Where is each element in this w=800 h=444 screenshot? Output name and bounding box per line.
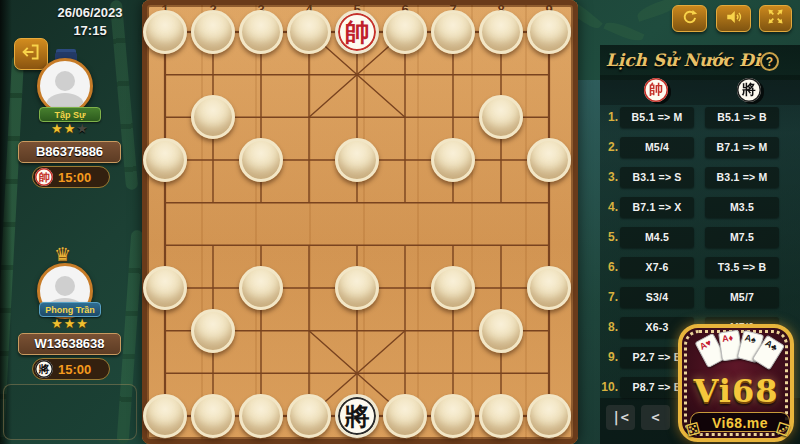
session-datetime: 26/06/2023 17:15	[44, 4, 136, 40]
red-move-cell: X7-6	[620, 257, 694, 278]
avatar-silhouette	[55, 276, 75, 296]
black-clock-time: 15:00	[58, 362, 91, 377]
refresh-button[interactable]	[672, 5, 707, 32]
board-grid-lines	[142, 0, 578, 444]
speaker-icon	[725, 8, 743, 30]
piece-facedown[interactable]	[479, 394, 523, 438]
session-date: 26/06/2023	[44, 4, 136, 22]
piece-facedown[interactable]	[431, 10, 475, 54]
chat-box	[3, 384, 137, 440]
piece-facedown[interactable]	[239, 138, 283, 182]
red-player-avatar	[37, 58, 93, 114]
piece-facedown[interactable]	[287, 394, 331, 438]
black-move-cell: B7.1 => M	[705, 137, 779, 158]
piece-facedown[interactable]	[143, 266, 187, 310]
piece-facedown[interactable]	[383, 10, 427, 54]
red-general[interactable]: 帥	[335, 10, 379, 54]
piece-facedown[interactable]	[479, 95, 523, 139]
piece-facedown[interactable]	[239, 266, 283, 310]
piece-facedown[interactable]	[383, 394, 427, 438]
star-icon: ★	[76, 121, 89, 136]
red-move-cell: B7.1 => X	[620, 197, 694, 218]
help-button[interactable]: ?	[760, 52, 779, 71]
history-row: 6.X7-6T3.5 => B	[600, 257, 800, 279]
exit-door-icon	[21, 43, 41, 65]
star-icon: ★	[76, 316, 89, 331]
vi68-logo[interactable]: A♥ A♦ A♠ A♣ Vi68 Vi68.me ⚄ ⚂	[678, 324, 794, 442]
red-clock-time: 15:00	[58, 170, 91, 185]
move-number: 6.	[601, 260, 618, 274]
move-number: 2.	[601, 140, 618, 154]
red-player-clock: 帥 15:00	[32, 166, 110, 188]
exit-button[interactable]	[14, 38, 48, 70]
red-move-cell: B5.1 => M	[620, 107, 694, 128]
move-number: 3.	[601, 170, 618, 184]
red-move-cell: M5/4	[620, 137, 694, 158]
piece-facedown[interactable]	[527, 138, 571, 182]
red-move-cell: B3.1 => S	[620, 167, 694, 188]
history-row: 3.B3.1 => SB3.1 => M	[600, 167, 800, 189]
history-row: 7.S3/4M5/7	[600, 287, 800, 309]
session-time: 17:15	[44, 22, 136, 40]
fullscreen-icon	[767, 8, 784, 29]
red-move-cell: S3/4	[620, 287, 694, 308]
red-general-icon: 帥	[35, 168, 53, 186]
move-number: 8.	[601, 320, 618, 334]
replay-first-button[interactable]: |<	[606, 405, 635, 430]
red-player-name: B86375886	[18, 141, 121, 163]
piece-facedown[interactable]	[143, 10, 187, 54]
star-icon: ★	[51, 121, 64, 136]
piece-facedown[interactable]	[239, 10, 283, 54]
move-number: 4.	[601, 200, 618, 214]
black-player-clock: 將 15:00	[32, 358, 110, 380]
piece-facedown[interactable]	[527, 394, 571, 438]
piece-facedown[interactable]	[191, 394, 235, 438]
black-move-cell: B3.1 => M	[705, 167, 779, 188]
left-shadow-edge	[0, 0, 12, 444]
history-header-strip	[600, 75, 800, 105]
piece-facedown[interactable]	[335, 138, 379, 182]
piece-facedown[interactable]	[527, 266, 571, 310]
black-move-cell: M7.5	[705, 227, 779, 248]
piece-facedown[interactable]	[143, 394, 187, 438]
avatar-silhouette	[55, 71, 75, 91]
red-player-stars: ★★★	[35, 122, 105, 135]
piece-facedown[interactable]	[431, 138, 475, 182]
history-row: 2.M5/4B7.1 => M	[600, 137, 800, 159]
history-row: 4.B7.1 => XM3.5	[600, 197, 800, 219]
black-general-icon: 將	[35, 360, 53, 378]
piece-facedown[interactable]	[431, 266, 475, 310]
history-row: 5.M4.5M7.5	[600, 227, 800, 249]
refresh-icon	[681, 8, 699, 30]
piece-facedown[interactable]	[191, 10, 235, 54]
piece-facedown[interactable]	[335, 266, 379, 310]
piece-facedown[interactable]	[287, 10, 331, 54]
black-player-name: W13638638	[18, 333, 121, 355]
history-title: Lịch Sử Nước Đi	[604, 50, 762, 70]
fullscreen-button[interactable]	[759, 5, 792, 32]
piece-facedown[interactable]	[143, 138, 187, 182]
star-icon: ★	[64, 121, 77, 136]
piece-facedown[interactable]	[191, 95, 235, 139]
move-number: 9.	[601, 350, 618, 364]
game-screen: 26/06/2023 17:15 Tập Sự ★★★ B86375886 帥 …	[0, 0, 800, 444]
black-player-stars: ★★★	[35, 317, 105, 330]
sound-button[interactable]	[716, 5, 751, 32]
black-move-cell: B5.1 => B	[705, 107, 779, 128]
piece-facedown[interactable]	[239, 394, 283, 438]
history-row: 1.B5.1 => MB5.1 => B	[600, 107, 800, 129]
piece-facedown[interactable]	[479, 309, 523, 353]
move-number: 7.	[601, 290, 618, 304]
piece-facedown[interactable]	[527, 10, 571, 54]
black-move-cell: M5/7	[705, 287, 779, 308]
red-move-cell: M4.5	[620, 227, 694, 248]
star-icon: ★	[64, 316, 77, 331]
move-number: 10.	[601, 380, 618, 394]
xiangqi-board[interactable]: 123456789 987654321 帥將	[142, 0, 578, 444]
history-black-column-icon: 將	[737, 78, 761, 102]
move-number: 5.	[601, 230, 618, 244]
piece-facedown[interactable]	[431, 394, 475, 438]
logo-text: Vi68	[682, 372, 790, 410]
black-general[interactable]: 將	[335, 394, 379, 438]
star-icon: ★	[51, 316, 64, 331]
black-player-rank-badge: Phong Trần	[39, 302, 101, 317]
black-move-cell: M3.5	[705, 197, 779, 218]
history-red-column-icon: 帥	[644, 78, 668, 102]
red-player-rank-badge: Tập Sự	[39, 107, 101, 122]
piece-facedown[interactable]	[191, 309, 235, 353]
move-number: 1.	[601, 110, 618, 124]
black-move-cell: T3.5 => B	[705, 257, 779, 278]
history-panel: Lịch Sử Nước Đi ? 帥 將 1.B5.1 => MB5.1 =>…	[600, 0, 800, 444]
replay-prev-button[interactable]: <	[641, 405, 670, 430]
piece-facedown[interactable]	[479, 10, 523, 54]
